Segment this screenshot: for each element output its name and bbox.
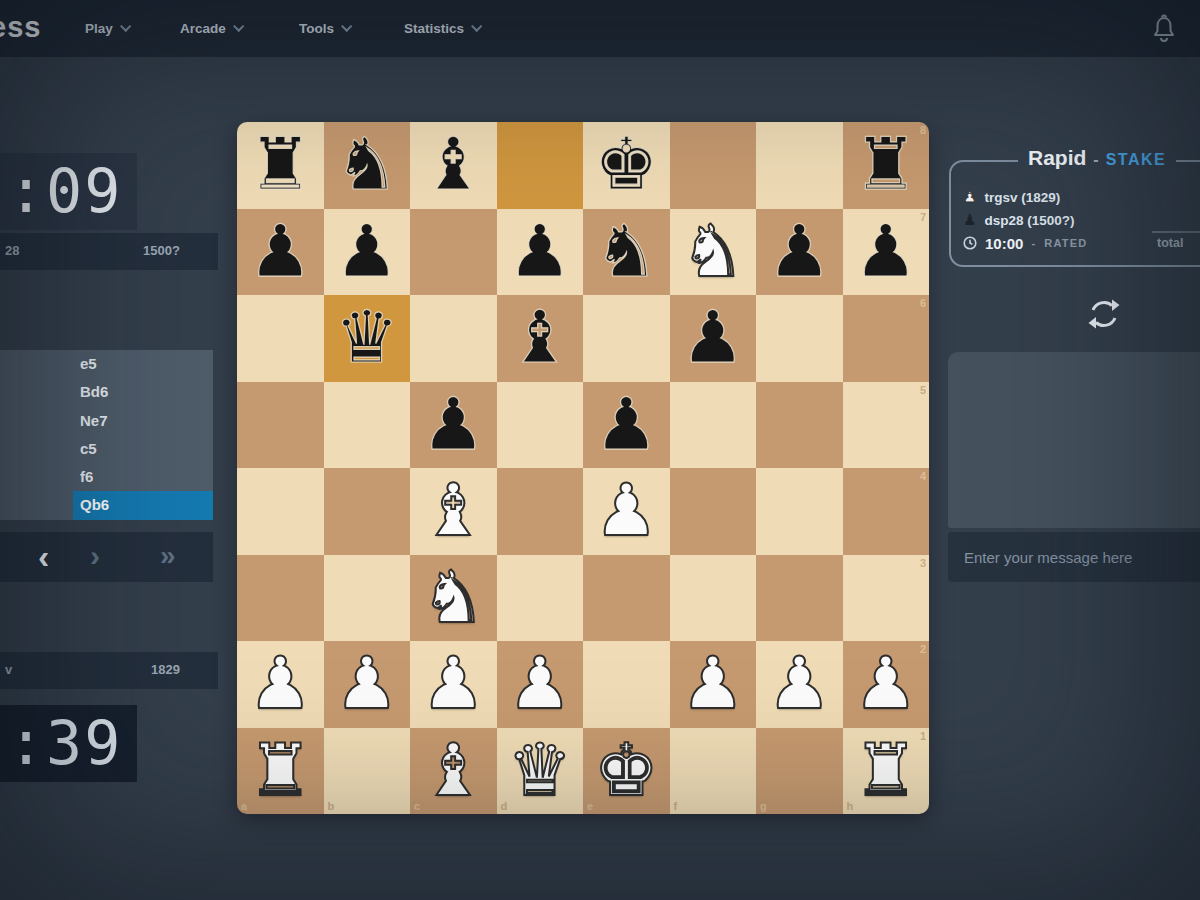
square-h1[interactable]: ♜h1 <box>843 728 930 815</box>
move-label: Bd6 <box>80 378 108 406</box>
square-h3[interactable]: 3 <box>843 555 930 642</box>
square-h8[interactable]: ♜8 <box>843 122 930 209</box>
chevron-down-icon <box>120 21 131 32</box>
square-b6[interactable]: ♛ <box>324 295 411 382</box>
opponent-clock: :09 <box>0 153 137 230</box>
square-f4[interactable] <box>670 468 757 555</box>
white-rook-h1[interactable]: ♜ <box>843 728 930 815</box>
move-nav: ‹ › » <box>0 532 213 582</box>
square-b4[interactable] <box>324 468 411 555</box>
square-h4[interactable]: 4 <box>843 468 930 555</box>
square-a8[interactable]: ♜ <box>237 122 324 209</box>
square-f5[interactable] <box>670 382 757 469</box>
coord-rank-7: 7 <box>920 211 926 223</box>
white-pawn-b2[interactable]: ♟ <box>324 641 411 728</box>
square-f6[interactable]: ♟ <box>670 295 757 382</box>
chat-messages-panel <box>948 352 1200 528</box>
black-pawn-c5[interactable]: ♟ <box>410 382 497 469</box>
square-a4[interactable] <box>237 468 324 555</box>
total-label[interactable]: total <box>1157 236 1183 250</box>
square-f7[interactable]: ♞ <box>670 209 757 296</box>
square-c4[interactable]: ♝ <box>410 468 497 555</box>
square-c5[interactable]: ♟ <box>410 382 497 469</box>
move-nav-next-button[interactable]: › <box>90 532 100 582</box>
black-pawn-a7[interactable]: ♟ <box>237 209 324 296</box>
game-type-label: Rapid <box>1028 146 1086 170</box>
coord-rank-4: 4 <box>920 470 926 482</box>
coord-rank-3: 3 <box>920 557 926 569</box>
notifications-bell-icon[interactable] <box>1150 14 1178 48</box>
coord-rank-6: 6 <box>920 297 926 309</box>
square-c8[interactable]: ♝ <box>410 122 497 209</box>
square-c7[interactable] <box>410 209 497 296</box>
move-nav-last-button[interactable]: » <box>160 532 176 582</box>
black-rook-a8[interactable]: ♜ <box>237 122 324 209</box>
black-knight-b8[interactable]: ♞ <box>324 122 411 209</box>
black-bishop-c8[interactable]: ♝ <box>410 122 497 209</box>
square-d2[interactable]: ♟ <box>497 641 584 728</box>
white-queen-d1[interactable]: ♛ <box>497 728 584 815</box>
white-pawn-f2[interactable]: ♟ <box>670 641 757 728</box>
opponent-row: 28 1500? <box>0 233 218 270</box>
square-c6[interactable] <box>410 295 497 382</box>
chevron-down-icon <box>341 21 352 32</box>
black-queen-b6[interactable]: ♛ <box>324 295 411 382</box>
coord-rank-8: 8 <box>920 124 926 136</box>
refresh-icon[interactable] <box>1087 297 1121 331</box>
square-b1[interactable]: b <box>324 728 411 815</box>
white-pawn-icon: ♟ <box>963 190 976 205</box>
square-g4[interactable] <box>756 468 843 555</box>
move-row-f6[interactable]: f6 <box>0 463 213 491</box>
black-pawn-g7[interactable]: ♟ <box>756 209 843 296</box>
square-d8[interactable] <box>497 122 584 209</box>
game-info-legend: Rapid - STAKE <box>1018 146 1176 170</box>
square-a2[interactable]: ♟ <box>237 641 324 728</box>
player-clock: :39 <box>0 705 137 782</box>
square-b5[interactable] <box>324 382 411 469</box>
square-e6[interactable] <box>583 295 670 382</box>
coord-file-f: f <box>674 800 678 812</box>
square-d4[interactable] <box>497 468 584 555</box>
move-label: Qb6 <box>80 491 109 519</box>
player-name: v <box>5 662 12 677</box>
square-h6[interactable]: 6 <box>843 295 930 382</box>
square-c3[interactable]: ♞ <box>410 555 497 642</box>
square-b2[interactable]: ♟ <box>324 641 411 728</box>
rated-badge: RATED <box>1044 237 1087 249</box>
nav-item-arcade[interactable]: Arcade <box>180 0 242 57</box>
move-label: c5 <box>80 435 97 463</box>
white-player-line: ♟ trgsv (1829) <box>963 186 1060 208</box>
square-d7[interactable]: ♟ <box>497 209 584 296</box>
square-h2[interactable]: ♟2 <box>843 641 930 728</box>
opponent-name: 28 <box>5 243 19 258</box>
total-underline <box>1152 231 1200 233</box>
coord-rank-1: 1 <box>920 730 926 742</box>
chat-message-input[interactable]: Enter your message here <box>948 532 1200 582</box>
move-row-Qb6[interactable]: Qb6 <box>0 491 213 519</box>
move-row-Ne7[interactable]: Ne7 <box>0 407 213 435</box>
black-pawn-e5[interactable]: ♟ <box>583 382 670 469</box>
coord-file-b: b <box>328 800 335 812</box>
square-g3[interactable] <box>756 555 843 642</box>
square-f8[interactable] <box>670 122 757 209</box>
player-rating: 1829 <box>151 662 180 677</box>
coord-rank-2: 2 <box>920 643 926 655</box>
black-pawn-f6[interactable]: ♟ <box>670 295 757 382</box>
coord-file-h: h <box>847 800 854 812</box>
move-label: f6 <box>80 463 93 491</box>
square-b8[interactable]: ♞ <box>324 122 411 209</box>
move-label: Ne7 <box>80 407 108 435</box>
square-e5[interactable]: ♟ <box>583 382 670 469</box>
white-knight-c3[interactable]: ♞ <box>410 555 497 642</box>
black-pawn-icon: ♟ <box>963 213 976 228</box>
square-f3[interactable] <box>670 555 757 642</box>
square-b7[interactable]: ♟ <box>324 209 411 296</box>
player-row: v 1829 <box>0 652 218 689</box>
square-a3[interactable] <box>237 555 324 642</box>
black-pawn-b7[interactable]: ♟ <box>324 209 411 296</box>
chevron-down-icon <box>233 21 244 32</box>
white-bishop-c1[interactable]: ♝ <box>410 728 497 815</box>
square-e3[interactable] <box>583 555 670 642</box>
square-e1[interactable]: ♚e <box>583 728 670 815</box>
square-a7[interactable]: ♟ <box>237 209 324 296</box>
black-pawn-h7[interactable]: ♟ <box>843 209 930 296</box>
black-pawn-d7[interactable]: ♟ <box>497 209 584 296</box>
move-list: e5Bd6Ne7c5f6Qb6 <box>0 350 213 520</box>
square-g5[interactable] <box>756 382 843 469</box>
white-king-e1[interactable]: ♚ <box>583 728 670 815</box>
square-g1[interactable]: g <box>756 728 843 815</box>
nav-item-play[interactable]: Play <box>85 0 129 57</box>
coord-file-g: g <box>760 800 767 812</box>
coord-rank-5: 5 <box>920 384 926 396</box>
coord-file-a: a <box>241 800 247 812</box>
move-nav-back-button[interactable]: ‹ <box>38 532 49 582</box>
chevron-down-icon <box>471 21 482 32</box>
nav-item-statistics[interactable]: Statistics <box>404 0 480 57</box>
square-g2[interactable]: ♟ <box>756 641 843 728</box>
top-nav: ess Play Arcade Tools Statistics <box>0 0 1200 57</box>
square-d3[interactable] <box>497 555 584 642</box>
coord-file-c: c <box>414 800 420 812</box>
white-pawn-e4[interactable]: ♟ <box>583 468 670 555</box>
chat-placeholder: Enter your message here <box>964 549 1132 566</box>
square-g8[interactable] <box>756 122 843 209</box>
square-g7[interactable]: ♟ <box>756 209 843 296</box>
nav-item-tools[interactable]: Tools <box>299 0 350 57</box>
move-row-Bd6[interactable]: Bd6 <box>0 378 213 406</box>
move-row-c5[interactable]: c5 <box>0 435 213 463</box>
white-pawn-c2[interactable]: ♟ <box>410 641 497 728</box>
white-pawn-d2[interactable]: ♟ <box>497 641 584 728</box>
square-h7[interactable]: ♟7 <box>843 209 930 296</box>
square-d1[interactable]: ♛d <box>497 728 584 815</box>
site-logo[interactable]: ess <box>0 11 41 44</box>
square-d5[interactable] <box>497 382 584 469</box>
black-knight-e7[interactable]: ♞ <box>583 209 670 296</box>
move-label: e5 <box>80 350 97 378</box>
move-row-e5[interactable]: e5 <box>0 350 213 378</box>
white-pawn-a2[interactable]: ♟ <box>237 641 324 728</box>
white-pawn-h2[interactable]: ♟ <box>843 641 930 728</box>
square-c1[interactable]: ♝c <box>410 728 497 815</box>
coord-file-d: d <box>501 800 508 812</box>
chess-board[interactable]: ♜♞♝♚♜8♟♟♟♞♞♟♟7♛♝♟6♟♟5♝♟4♞3♟♟♟♟♟♟♟2♜ab♝c♛… <box>237 122 929 814</box>
black-player-line: ♟ dsp28 (1500?) <box>963 209 1075 231</box>
square-f2[interactable]: ♟ <box>670 641 757 728</box>
square-f1[interactable]: f <box>670 728 757 815</box>
white-knight-f7[interactable]: ♞ <box>670 209 757 296</box>
square-a5[interactable] <box>237 382 324 469</box>
clock-icon <box>963 236 977 250</box>
square-h5[interactable]: 5 <box>843 382 930 469</box>
square-a1[interactable]: ♜a <box>237 728 324 815</box>
black-rook-h8[interactable]: ♜ <box>843 122 930 209</box>
square-g6[interactable] <box>756 295 843 382</box>
opponent-rating: 1500? <box>143 243 180 258</box>
white-rook-a1[interactable]: ♜ <box>237 728 324 815</box>
stake-label: STAKE <box>1106 151 1167 169</box>
white-pawn-g2[interactable]: ♟ <box>756 641 843 728</box>
square-c2[interactable]: ♟ <box>410 641 497 728</box>
time-control-line: 10:00 - RATED <box>963 232 1087 254</box>
white-bishop-c4[interactable]: ♝ <box>410 468 497 555</box>
square-b3[interactable] <box>324 555 411 642</box>
time-control: 10:00 <box>985 235 1023 252</box>
square-e7[interactable]: ♞ <box>583 209 670 296</box>
black-king-e8[interactable]: ♚ <box>583 122 670 209</box>
coord-file-e: e <box>587 800 593 812</box>
square-e2[interactable] <box>583 641 670 728</box>
square-e4[interactable]: ♟ <box>583 468 670 555</box>
square-e8[interactable]: ♚ <box>583 122 670 209</box>
square-d6[interactable]: ♝ <box>497 295 584 382</box>
square-a6[interactable] <box>237 295 324 382</box>
black-bishop-d6[interactable]: ♝ <box>497 295 584 382</box>
